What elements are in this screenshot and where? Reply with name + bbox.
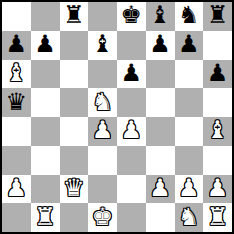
chess-board-frame: ♜♚♝♞♜♟♟♝♟♟♝♟♟♛♞♟♟♝♟♛♟♟♟♜♚♞♜ bbox=[0, 0, 234, 234]
square-a3[interactable] bbox=[2, 146, 31, 175]
square-g8[interactable]: ♞ bbox=[175, 2, 204, 31]
square-e4[interactable]: ♟ bbox=[117, 117, 146, 146]
piece-black-bishop[interactable]: ♝ bbox=[92, 32, 114, 56]
square-d4[interactable]: ♟ bbox=[88, 117, 117, 146]
piece-black-bishop[interactable]: ♝ bbox=[149, 3, 171, 27]
square-d6[interactable] bbox=[88, 60, 117, 89]
square-d5[interactable]: ♞ bbox=[88, 88, 117, 117]
square-h1[interactable]: ♜ bbox=[203, 203, 232, 232]
piece-white-bishop[interactable]: ♝ bbox=[6, 61, 28, 85]
square-a8[interactable] bbox=[2, 2, 31, 31]
piece-white-knight[interactable]: ♞ bbox=[178, 205, 200, 229]
piece-white-king[interactable]: ♚ bbox=[92, 205, 114, 229]
square-c8[interactable]: ♜ bbox=[60, 2, 89, 31]
square-a6[interactable]: ♝ bbox=[2, 60, 31, 89]
square-b4[interactable] bbox=[31, 117, 60, 146]
square-h3[interactable] bbox=[203, 146, 232, 175]
square-g7[interactable]: ♟ bbox=[175, 31, 204, 60]
piece-white-pawn[interactable]: ♟ bbox=[6, 176, 28, 200]
piece-black-knight[interactable]: ♞ bbox=[178, 3, 200, 27]
square-e3[interactable] bbox=[117, 146, 146, 175]
chess-board: ♜♚♝♞♜♟♟♝♟♟♝♟♟♛♞♟♟♝♟♛♟♟♟♜♚♞♜ bbox=[2, 2, 232, 232]
square-f1[interactable] bbox=[146, 203, 175, 232]
piece-black-pawn[interactable]: ♟ bbox=[207, 61, 229, 85]
piece-white-queen[interactable]: ♛ bbox=[63, 176, 85, 200]
piece-black-pawn[interactable]: ♟ bbox=[121, 61, 143, 85]
piece-white-bishop[interactable]: ♝ bbox=[207, 118, 229, 142]
square-e6[interactable]: ♟ bbox=[117, 60, 146, 89]
square-b8[interactable] bbox=[31, 2, 60, 31]
square-b7[interactable]: ♟ bbox=[31, 31, 60, 60]
piece-black-pawn[interactable]: ♟ bbox=[34, 32, 56, 56]
piece-black-pawn[interactable]: ♟ bbox=[149, 32, 171, 56]
square-a1[interactable] bbox=[2, 203, 31, 232]
piece-black-rook[interactable]: ♜ bbox=[207, 3, 229, 27]
piece-white-pawn[interactable]: ♟ bbox=[149, 176, 171, 200]
square-f2[interactable]: ♟ bbox=[146, 175, 175, 204]
piece-black-queen[interactable]: ♛ bbox=[6, 90, 28, 114]
square-c5[interactable] bbox=[60, 88, 89, 117]
square-g3[interactable] bbox=[175, 146, 204, 175]
square-h2[interactable]: ♟ bbox=[203, 175, 232, 204]
square-a5[interactable]: ♛ bbox=[2, 88, 31, 117]
piece-white-knight[interactable]: ♞ bbox=[92, 90, 114, 114]
piece-white-pawn[interactable]: ♟ bbox=[92, 118, 114, 142]
square-d2[interactable] bbox=[88, 175, 117, 204]
square-c3[interactable] bbox=[60, 146, 89, 175]
square-e5[interactable] bbox=[117, 88, 146, 117]
square-e2[interactable] bbox=[117, 175, 146, 204]
square-b2[interactable] bbox=[31, 175, 60, 204]
square-g4[interactable] bbox=[175, 117, 204, 146]
square-g6[interactable] bbox=[175, 60, 204, 89]
piece-white-rook[interactable]: ♜ bbox=[34, 205, 56, 229]
square-h6[interactable]: ♟ bbox=[203, 60, 232, 89]
square-c1[interactable] bbox=[60, 203, 89, 232]
piece-white-pawn[interactable]: ♟ bbox=[178, 176, 200, 200]
square-a2[interactable]: ♟ bbox=[2, 175, 31, 204]
piece-white-pawn[interactable]: ♟ bbox=[207, 176, 229, 200]
square-a7[interactable]: ♟ bbox=[2, 31, 31, 60]
square-e7[interactable] bbox=[117, 31, 146, 60]
square-c4[interactable] bbox=[60, 117, 89, 146]
square-f7[interactable]: ♟ bbox=[146, 31, 175, 60]
square-d7[interactable]: ♝ bbox=[88, 31, 117, 60]
piece-white-rook[interactable]: ♜ bbox=[207, 205, 229, 229]
square-f4[interactable] bbox=[146, 117, 175, 146]
square-c7[interactable] bbox=[60, 31, 89, 60]
square-e1[interactable] bbox=[117, 203, 146, 232]
square-h5[interactable] bbox=[203, 88, 232, 117]
square-f8[interactable]: ♝ bbox=[146, 2, 175, 31]
square-c6[interactable] bbox=[60, 60, 89, 89]
square-g5[interactable] bbox=[175, 88, 204, 117]
piece-black-king[interactable]: ♚ bbox=[121, 3, 143, 27]
square-f3[interactable] bbox=[146, 146, 175, 175]
square-b3[interactable] bbox=[31, 146, 60, 175]
square-c2[interactable]: ♛ bbox=[60, 175, 89, 204]
square-h8[interactable]: ♜ bbox=[203, 2, 232, 31]
square-b1[interactable]: ♜ bbox=[31, 203, 60, 232]
square-e8[interactable]: ♚ bbox=[117, 2, 146, 31]
square-g2[interactable]: ♟ bbox=[175, 175, 204, 204]
square-f5[interactable] bbox=[146, 88, 175, 117]
square-a4[interactable] bbox=[2, 117, 31, 146]
square-b5[interactable] bbox=[31, 88, 60, 117]
square-d1[interactable]: ♚ bbox=[88, 203, 117, 232]
piece-white-pawn[interactable]: ♟ bbox=[121, 118, 143, 142]
square-d3[interactable] bbox=[88, 146, 117, 175]
piece-black-rook[interactable]: ♜ bbox=[63, 3, 85, 27]
square-b6[interactable] bbox=[31, 60, 60, 89]
square-h7[interactable] bbox=[203, 31, 232, 60]
square-h4[interactable]: ♝ bbox=[203, 117, 232, 146]
piece-black-pawn[interactable]: ♟ bbox=[178, 32, 200, 56]
piece-black-pawn[interactable]: ♟ bbox=[6, 32, 28, 56]
square-f6[interactable] bbox=[146, 60, 175, 89]
square-g1[interactable]: ♞ bbox=[175, 203, 204, 232]
square-d8[interactable] bbox=[88, 2, 117, 31]
